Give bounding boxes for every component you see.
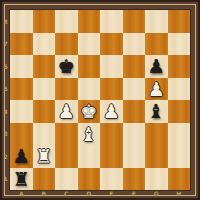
board-frame: ♚♟♟♟♚♟♝♝♟♜♜ 87654321 ABCDEFGH [0, 0, 200, 200]
piece-black-king[interactable]: ♚ [58, 55, 75, 78]
piece-white-king[interactable]: ♚ [80, 100, 97, 123]
file-labels: ABCDEFGH [10, 189, 190, 197]
square-f2[interactable] [123, 145, 146, 168]
square-a6[interactable] [10, 55, 33, 78]
square-a3[interactable] [10, 123, 33, 146]
square-e8[interactable] [100, 10, 123, 33]
square-f6[interactable] [123, 55, 146, 78]
square-g1[interactable] [145, 168, 168, 191]
rank-label-8: 8 [2, 10, 9, 33]
square-a2[interactable]: ♟ [10, 145, 33, 168]
square-d6[interactable] [78, 55, 101, 78]
square-c2[interactable] [55, 145, 78, 168]
square-f3[interactable] [123, 123, 146, 146]
piece-white-pawn[interactable]: ♟ [148, 78, 165, 101]
rank-label-7: 7 [2, 33, 9, 56]
file-label-c: C [55, 189, 78, 197]
square-h6[interactable] [168, 55, 191, 78]
square-e6[interactable] [100, 55, 123, 78]
rank-label-4: 4 [2, 100, 9, 123]
square-b5[interactable] [33, 78, 56, 101]
piece-white-pawn[interactable]: ♟ [103, 100, 120, 123]
piece-black-bishop[interactable]: ♝ [148, 100, 165, 123]
square-e3[interactable] [100, 123, 123, 146]
file-label-d: D [78, 189, 101, 197]
piece-black-rook[interactable]: ♜ [13, 168, 30, 191]
square-f7[interactable] [123, 33, 146, 56]
square-c8[interactable] [55, 10, 78, 33]
square-a1[interactable]: ♜ [10, 168, 33, 191]
piece-white-bishop[interactable]: ♝ [80, 123, 97, 146]
square-h5[interactable] [168, 78, 191, 101]
square-g2[interactable] [145, 145, 168, 168]
piece-white-rook[interactable]: ♜ [35, 145, 52, 168]
square-b8[interactable] [33, 10, 56, 33]
square-h4[interactable] [168, 100, 191, 123]
square-f4[interactable] [123, 100, 146, 123]
square-e2[interactable] [100, 145, 123, 168]
chess-board: ♚♟♟♟♚♟♝♝♟♜♜ [10, 10, 190, 190]
square-c6[interactable]: ♚ [55, 55, 78, 78]
square-g8[interactable] [145, 10, 168, 33]
square-d1[interactable] [78, 168, 101, 191]
square-d7[interactable] [78, 33, 101, 56]
square-h1[interactable] [168, 168, 191, 191]
square-e5[interactable] [100, 78, 123, 101]
square-h2[interactable] [168, 145, 191, 168]
chess-diagram: ♚♟♟♟♚♟♝♝♟♜♜ 87654321 ABCDEFGH [0, 0, 200, 200]
square-h8[interactable] [168, 10, 191, 33]
file-label-a: A [10, 189, 33, 197]
square-c5[interactable] [55, 78, 78, 101]
square-g6[interactable]: ♟ [145, 55, 168, 78]
file-label-e: E [100, 189, 123, 197]
file-label-g: G [145, 189, 168, 197]
square-c4[interactable]: ♟ [55, 100, 78, 123]
square-d4[interactable]: ♚ [78, 100, 101, 123]
square-b2[interactable]: ♜ [33, 145, 56, 168]
square-h7[interactable] [168, 33, 191, 56]
square-c1[interactable] [55, 168, 78, 191]
square-g4[interactable]: ♝ [145, 100, 168, 123]
square-d2[interactable] [78, 145, 101, 168]
square-e1[interactable] [100, 168, 123, 191]
rank-labels: 87654321 [2, 10, 9, 190]
file-label-h: H [168, 189, 191, 197]
square-b4[interactable] [33, 100, 56, 123]
square-e4[interactable]: ♟ [100, 100, 123, 123]
square-d3[interactable]: ♝ [78, 123, 101, 146]
square-g5[interactable]: ♟ [145, 78, 168, 101]
square-a7[interactable] [10, 33, 33, 56]
square-g3[interactable] [145, 123, 168, 146]
piece-black-pawn[interactable]: ♟ [148, 55, 165, 78]
rank-label-1: 1 [2, 168, 9, 191]
rank-label-2: 2 [2, 145, 9, 168]
square-g7[interactable] [145, 33, 168, 56]
square-h3[interactable] [168, 123, 191, 146]
square-b6[interactable] [33, 55, 56, 78]
square-a5[interactable] [10, 78, 33, 101]
rank-label-6: 6 [2, 55, 9, 78]
square-e7[interactable] [100, 33, 123, 56]
square-b3[interactable] [33, 123, 56, 146]
square-b7[interactable] [33, 33, 56, 56]
square-f8[interactable] [123, 10, 146, 33]
file-label-b: B [33, 189, 56, 197]
square-f5[interactable] [123, 78, 146, 101]
piece-white-pawn[interactable]: ♟ [58, 100, 75, 123]
square-c7[interactable] [55, 33, 78, 56]
square-d8[interactable] [78, 10, 101, 33]
file-label-f: F [123, 189, 146, 197]
square-d5[interactable] [78, 78, 101, 101]
square-b1[interactable] [33, 168, 56, 191]
square-a8[interactable] [10, 10, 33, 33]
square-a4[interactable] [10, 100, 33, 123]
piece-black-pawn[interactable]: ♟ [13, 145, 30, 168]
square-f1[interactable] [123, 168, 146, 191]
rank-label-5: 5 [2, 78, 9, 101]
rank-label-3: 3 [2, 123, 9, 146]
square-c3[interactable] [55, 123, 78, 146]
